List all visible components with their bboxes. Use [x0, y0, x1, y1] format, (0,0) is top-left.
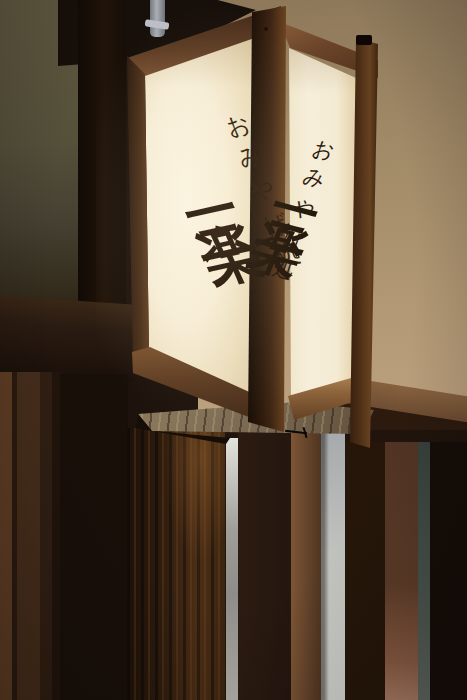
dark-horizontal-beam: [0, 295, 132, 382]
screw-head: [129, 32, 133, 36]
conduit-pipe: [150, 0, 165, 37]
mounting-bracket: [356, 35, 372, 45]
shadow-lower-right: [430, 442, 467, 700]
glass-reflection-strip-2: [321, 431, 345, 700]
photo-lantern-scene: おみやげ処 三楽 おみやげ処 三楽: [0, 0, 467, 700]
metal-hook: [285, 427, 309, 441]
glass-reflection-strip-1: [225, 438, 238, 700]
lantern-paper-panel-left: [142, 28, 256, 404]
lattice-dark-panel: [238, 433, 291, 700]
wood-slats-lower-left: [0, 372, 62, 700]
post-lamplight-highlight: [165, 430, 225, 560]
lattice-slat-2: [385, 442, 418, 700]
glass-reflection-strip-3: [418, 442, 430, 700]
lattice-slat-1: [291, 431, 321, 700]
lattice-gap: [345, 442, 385, 700]
shadow-lower-left: [60, 374, 128, 700]
screw-head: [264, 27, 268, 31]
